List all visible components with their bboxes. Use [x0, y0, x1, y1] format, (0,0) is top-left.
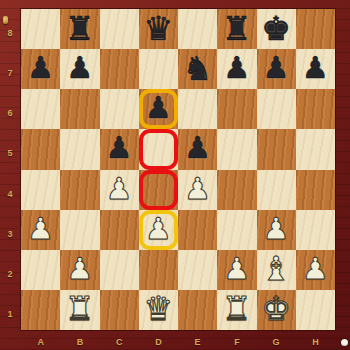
square-f5[interactable]	[217, 129, 256, 169]
square-a6[interactable]	[21, 89, 60, 129]
square-b8[interactable]: ♜	[60, 9, 99, 49]
square-h6[interactable]	[296, 89, 335, 129]
square-a7[interactable]: ♟	[21, 49, 60, 89]
square-e6[interactable]	[178, 89, 217, 129]
piece-white-pawn-b2[interactable]: ♟	[66, 254, 93, 284]
square-h4[interactable]	[296, 170, 335, 210]
square-f6[interactable]	[217, 89, 256, 129]
piece-white-pawn-a3[interactable]: ♟	[27, 214, 54, 244]
file-label-e: E	[191, 337, 205, 347]
square-b1[interactable]: ♜	[60, 290, 99, 330]
square-f7[interactable]: ♟	[217, 49, 256, 89]
highlight-ring-d5	[139, 129, 178, 169]
square-h5[interactable]	[296, 129, 335, 169]
square-c1[interactable]	[100, 290, 139, 330]
square-a4[interactable]	[21, 170, 60, 210]
square-f8[interactable]: ♜	[217, 9, 256, 49]
square-g3[interactable]: ♟	[257, 210, 296, 250]
white-to-move-indicator	[341, 339, 348, 346]
square-g8[interactable]: ♚	[257, 9, 296, 49]
square-e1[interactable]	[178, 290, 217, 330]
rank-label-7: 7	[3, 68, 17, 78]
chess-board-frame: ♜♛♜♚♟♟♞♟♟♟♟♟♟♟♟♟♟♟♟♟♝♟♜♛♜♚ 87654321ABCDE…	[0, 0, 350, 350]
square-b7[interactable]: ♟	[60, 49, 99, 89]
square-e7[interactable]: ♞	[178, 49, 217, 89]
square-d4[interactable]	[139, 170, 178, 210]
square-g2[interactable]: ♝	[257, 250, 296, 290]
piece-white-pawn-g3[interactable]: ♟	[263, 214, 290, 244]
piece-black-knight-e7[interactable]: ♞	[183, 52, 213, 85]
square-c8[interactable]	[100, 9, 139, 49]
piece-black-king-g8[interactable]: ♚	[261, 12, 291, 45]
square-b5[interactable]	[60, 129, 99, 169]
file-label-g: G	[269, 337, 283, 347]
piece-white-pawn-d3[interactable]: ♟	[145, 214, 172, 244]
square-c3[interactable]	[100, 210, 139, 250]
piece-white-bishop-g2[interactable]: ♝	[261, 252, 291, 285]
rank-label-2: 2	[3, 269, 17, 279]
square-f1[interactable]: ♜	[217, 290, 256, 330]
piece-white-pawn-h2[interactable]: ♟	[302, 254, 329, 284]
rank-label-6: 6	[3, 108, 17, 118]
file-label-b: B	[73, 337, 87, 347]
piece-black-pawn-d6[interactable]: ♟	[145, 93, 172, 123]
square-d1[interactable]: ♛	[139, 290, 178, 330]
file-label-h: H	[308, 337, 322, 347]
square-d3[interactable]: ♟	[139, 210, 178, 250]
square-b6[interactable]	[60, 89, 99, 129]
file-label-f: F	[230, 337, 244, 347]
rank-label-1: 1	[3, 309, 17, 319]
square-f2[interactable]: ♟	[217, 250, 256, 290]
piece-black-pawn-e5[interactable]: ♟	[184, 133, 211, 163]
square-c4[interactable]: ♟	[100, 170, 139, 210]
square-c6[interactable]	[100, 89, 139, 129]
square-g4[interactable]	[257, 170, 296, 210]
square-d8[interactable]: ♛	[139, 9, 178, 49]
square-a2[interactable]	[21, 250, 60, 290]
square-f3[interactable]	[217, 210, 256, 250]
piece-white-pawn-f2[interactable]: ♟	[223, 254, 250, 284]
square-e2[interactable]	[178, 250, 217, 290]
piece-white-pawn-e4[interactable]: ♟	[184, 174, 211, 204]
rank-label-5: 5	[3, 148, 17, 158]
file-label-d: D	[151, 337, 165, 347]
square-a8[interactable]	[21, 9, 60, 49]
rank-label-8: 8	[3, 28, 17, 38]
square-g5[interactable]	[257, 129, 296, 169]
file-label-c: C	[112, 337, 126, 347]
square-g6[interactable]	[257, 89, 296, 129]
square-h7[interactable]: ♟	[296, 49, 335, 89]
piece-black-pawn-g7[interactable]: ♟	[263, 53, 290, 83]
file-label-a: A	[34, 337, 48, 347]
piece-white-king-g1[interactable]: ♚	[261, 292, 291, 325]
square-e4[interactable]: ♟	[178, 170, 217, 210]
square-d7[interactable]	[139, 49, 178, 89]
piece-white-rook-f1[interactable]: ♜	[222, 292, 252, 325]
chess-board: ♜♛♜♚♟♟♞♟♟♟♟♟♟♟♟♟♟♟♟♟♝♟♜♛♜♚	[21, 9, 335, 330]
highlight-ring-d4	[139, 170, 178, 210]
piece-white-rook-b1[interactable]: ♜	[65, 292, 95, 325]
square-b2[interactable]: ♟	[60, 250, 99, 290]
square-b4[interactable]	[60, 170, 99, 210]
square-c5[interactable]: ♟	[100, 129, 139, 169]
square-a1[interactable]	[21, 290, 60, 330]
square-e3[interactable]	[178, 210, 217, 250]
rank-label-4: 4	[3, 189, 17, 199]
piece-white-pawn-c4[interactable]: ♟	[106, 174, 133, 204]
square-f4[interactable]	[217, 170, 256, 210]
piece-black-pawn-b7[interactable]: ♟	[66, 53, 93, 83]
rank-label-3: 3	[3, 229, 17, 239]
square-a5[interactable]	[21, 129, 60, 169]
piece-black-queen-d8[interactable]: ♛	[144, 12, 174, 45]
square-d2[interactable]	[139, 250, 178, 290]
square-h2[interactable]: ♟	[296, 250, 335, 290]
piece-black-rook-f8[interactable]: ♜	[222, 12, 252, 45]
square-g1[interactable]: ♚	[257, 290, 296, 330]
square-h1[interactable]	[296, 290, 335, 330]
square-h3[interactable]	[296, 210, 335, 250]
piece-black-rook-b8[interactable]: ♜	[65, 12, 95, 45]
piece-black-pawn-c5[interactable]: ♟	[106, 133, 133, 163]
piece-black-pawn-a7[interactable]: ♟	[27, 53, 54, 83]
square-b3[interactable]	[60, 210, 99, 250]
square-h8[interactable]	[296, 9, 335, 49]
square-e5[interactable]: ♟	[178, 129, 217, 169]
piece-white-queen-d1[interactable]: ♛	[144, 292, 174, 325]
square-d6[interactable]: ♟	[139, 89, 178, 129]
frame-screw-decoration	[3, 16, 8, 24]
square-d5[interactable]	[139, 129, 178, 169]
piece-black-pawn-f7[interactable]: ♟	[223, 53, 250, 83]
square-e8[interactable]	[178, 9, 217, 49]
square-g7[interactable]: ♟	[257, 49, 296, 89]
square-c7[interactable]	[100, 49, 139, 89]
square-a3[interactable]: ♟	[21, 210, 60, 250]
square-c2[interactable]	[100, 250, 139, 290]
piece-black-pawn-h7[interactable]: ♟	[302, 53, 329, 83]
